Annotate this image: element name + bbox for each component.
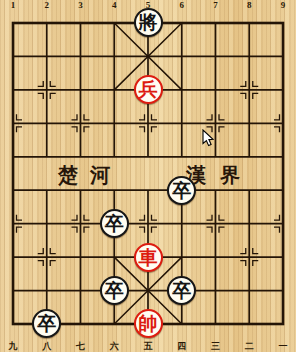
piece-black-soldier[interactable]: 卒 xyxy=(32,309,61,338)
piece-black-soldier[interactable]: 卒 xyxy=(167,176,196,205)
file-label-bottom-9: 一 xyxy=(277,341,289,351)
file-label-bottom-5: 五 xyxy=(142,341,154,351)
board-grid[interactable]: 將兵卒卒車卒卒卒帥 xyxy=(0,6,296,340)
piece-black-soldier[interactable]: 卒 xyxy=(100,276,129,305)
piece-black-soldier[interactable]: 卒 xyxy=(100,209,129,238)
file-label-bottom-8: 二 xyxy=(243,341,255,351)
piece-red-soldier[interactable]: 兵 xyxy=(134,75,163,104)
file-label-bottom-7: 三 xyxy=(210,341,222,351)
xiangqi-app: 123456789 九八七六五四三二一 楚河 漢界 將兵卒卒車卒卒卒帥 xyxy=(0,0,296,352)
mouse-cursor xyxy=(202,129,215,148)
piece-red-chariot[interactable]: 車 xyxy=(134,243,163,272)
piece-black-general[interactable]: 將 xyxy=(134,8,163,37)
file-label-bottom-1: 九 xyxy=(7,341,19,351)
file-label-bottom-4: 六 xyxy=(108,341,120,351)
file-label-bottom-2: 八 xyxy=(41,341,53,351)
piece-black-soldier[interactable]: 卒 xyxy=(167,276,196,305)
file-label-bottom-6: 四 xyxy=(176,341,188,351)
file-label-bottom-3: 七 xyxy=(75,341,87,351)
piece-red-general[interactable]: 帥 xyxy=(134,309,163,338)
